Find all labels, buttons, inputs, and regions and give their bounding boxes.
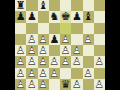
square-a3[interactable]: ♟ bbox=[15, 56, 26, 67]
letterbox-right bbox=[105, 0, 120, 90]
square-b7[interactable]: ♟ bbox=[26, 11, 37, 22]
black-pawn[interactable]: ♟ bbox=[72, 11, 82, 22]
square-e7[interactable]: ♚ bbox=[60, 11, 71, 22]
square-a6[interactable] bbox=[15, 23, 26, 34]
square-f7[interactable]: ♟ bbox=[71, 11, 82, 22]
square-d3[interactable]: ♟ bbox=[49, 56, 60, 67]
square-c8[interactable]: ♝ bbox=[38, 0, 49, 11]
square-c1[interactable]: ♟ bbox=[38, 79, 49, 90]
square-h7[interactable] bbox=[94, 11, 105, 22]
white-pawn[interactable]: ♟ bbox=[38, 79, 48, 90]
white-pawn[interactable]: ♟ bbox=[94, 56, 104, 67]
black-pawn[interactable]: ♟ bbox=[27, 11, 37, 22]
white-pawn[interactable]: ♟ bbox=[72, 56, 82, 67]
square-a7[interactable]: ♟ bbox=[15, 11, 26, 22]
square-e1[interactable]: ♛ bbox=[60, 79, 71, 90]
white-pawn[interactable]: ♟ bbox=[27, 68, 37, 79]
white-pawn[interactable]: ♟ bbox=[94, 79, 104, 90]
white-pawn[interactable]: ♟ bbox=[49, 68, 59, 79]
white-pawn[interactable]: ♟ bbox=[83, 34, 93, 45]
black-bishop[interactable]: ♝ bbox=[38, 0, 48, 11]
square-c3[interactable]: ♟ bbox=[38, 56, 49, 67]
square-g2[interactable]: ♟ bbox=[83, 68, 94, 79]
square-b1[interactable]: ♟ bbox=[26, 79, 37, 90]
square-g3[interactable] bbox=[83, 56, 94, 67]
square-e3[interactable]: ♟ bbox=[60, 56, 71, 67]
square-a1[interactable]: ♟ bbox=[15, 79, 26, 90]
square-f6[interactable] bbox=[71, 23, 82, 34]
white-pawn[interactable]: ♟ bbox=[16, 56, 26, 67]
white-pawn[interactable]: ♟ bbox=[27, 79, 37, 90]
square-f1[interactable]: ♟ bbox=[71, 79, 82, 90]
black-knight[interactable]: ♞ bbox=[49, 11, 59, 22]
square-d1[interactable] bbox=[49, 79, 60, 90]
square-h8[interactable] bbox=[94, 0, 105, 11]
black-pawn[interactable]: ♟ bbox=[49, 34, 59, 45]
square-d2[interactable]: ♟ bbox=[49, 68, 60, 79]
square-c7[interactable] bbox=[38, 11, 49, 22]
square-d5[interactable]: ♟ bbox=[49, 34, 60, 45]
square-g4[interactable] bbox=[83, 45, 94, 56]
white-pawn[interactable]: ♟ bbox=[38, 68, 48, 79]
black-king[interactable]: ♚ bbox=[61, 11, 71, 22]
square-h3[interactable]: ♟ bbox=[94, 56, 105, 67]
square-g5[interactable]: ♟ bbox=[83, 34, 94, 45]
square-h1[interactable]: ♟ bbox=[94, 79, 105, 90]
letterbox-left bbox=[0, 0, 15, 90]
white-pawn[interactable]: ♟ bbox=[72, 79, 82, 90]
white-pawn[interactable]: ♟ bbox=[16, 79, 26, 90]
white-pawn[interactable]: ♟ bbox=[27, 56, 37, 67]
black-pawn[interactable]: ♟ bbox=[16, 11, 26, 22]
chess-board: ♜♝♟♟♞♚♟♝♟♟♟♟♟♟♟♟♟♟♟♟♟♟♟♟♟♟♟♟♟♟♟♟♟♛♟♟ bbox=[15, 0, 105, 90]
white-pawn[interactable]: ♟ bbox=[83, 68, 93, 79]
square-f3[interactable]: ♟ bbox=[71, 56, 82, 67]
video-frame: ♜♝♟♟♞♚♟♝♟♟♟♟♟♟♟♟♟♟♟♟♟♟♟♟♟♟♟♟♟♟♟♟♟♛♟♟ bbox=[0, 0, 120, 90]
white-pawn[interactable]: ♟ bbox=[38, 56, 48, 67]
black-bishop[interactable]: ♝ bbox=[83, 11, 93, 22]
square-b3[interactable]: ♟ bbox=[26, 56, 37, 67]
white-pawn[interactable]: ♟ bbox=[49, 56, 59, 67]
square-h6[interactable] bbox=[94, 23, 105, 34]
square-d7[interactable]: ♞ bbox=[49, 11, 60, 22]
white-pawn[interactable]: ♟ bbox=[16, 68, 26, 79]
white-pawn[interactable]: ♟ bbox=[61, 56, 71, 67]
square-g7[interactable]: ♝ bbox=[83, 11, 94, 22]
black-queen[interactable]: ♛ bbox=[61, 79, 71, 90]
square-h5[interactable] bbox=[94, 34, 105, 45]
square-g1[interactable] bbox=[83, 79, 94, 90]
